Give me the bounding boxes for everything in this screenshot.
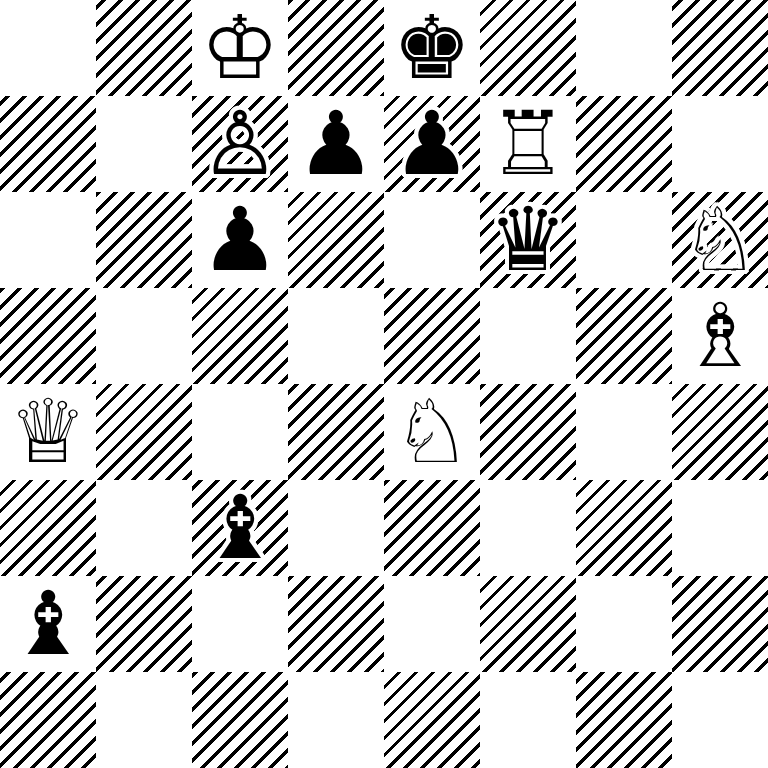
square-h8[interactable] xyxy=(672,0,768,96)
piece-white-rook-icon: ♖ xyxy=(489,96,568,192)
square-d4[interactable] xyxy=(288,384,384,480)
square-a4[interactable]: ♕ xyxy=(0,384,96,480)
piece-black-queen-icon: ♛ xyxy=(489,192,568,288)
square-h3[interactable] xyxy=(672,480,768,576)
square-f2[interactable] xyxy=(480,576,576,672)
square-a7[interactable] xyxy=(0,96,96,192)
square-g2[interactable] xyxy=(576,576,672,672)
square-h5[interactable]: ♗ xyxy=(672,288,768,384)
square-d2[interactable] xyxy=(288,576,384,672)
square-b7[interactable] xyxy=(96,96,192,192)
square-g3[interactable] xyxy=(576,480,672,576)
piece-white-king-icon: ♔ xyxy=(201,0,280,96)
square-f8[interactable] xyxy=(480,0,576,96)
square-a8[interactable] xyxy=(0,0,96,96)
square-d6[interactable] xyxy=(288,192,384,288)
square-c6[interactable]: ♟ xyxy=(192,192,288,288)
piece-white-queen-icon: ♕ xyxy=(9,384,88,480)
square-b1[interactable] xyxy=(96,672,192,768)
square-f1[interactable] xyxy=(480,672,576,768)
square-f3[interactable] xyxy=(480,480,576,576)
piece-white-knight-icon: ♘ xyxy=(681,192,760,288)
square-e6[interactable] xyxy=(384,192,480,288)
square-g8[interactable] xyxy=(576,0,672,96)
square-c5[interactable] xyxy=(192,288,288,384)
square-d5[interactable] xyxy=(288,288,384,384)
piece-black-pawn-icon: ♟ xyxy=(393,96,472,192)
square-e1[interactable] xyxy=(384,672,480,768)
square-b5[interactable] xyxy=(96,288,192,384)
square-e2[interactable] xyxy=(384,576,480,672)
square-f4[interactable] xyxy=(480,384,576,480)
square-g1[interactable] xyxy=(576,672,672,768)
square-c7[interactable]: ♙ xyxy=(192,96,288,192)
square-g5[interactable] xyxy=(576,288,672,384)
square-d7[interactable]: ♟ xyxy=(288,96,384,192)
square-h6[interactable]: ♘ xyxy=(672,192,768,288)
square-d1[interactable] xyxy=(288,672,384,768)
square-c3[interactable]: ♝ xyxy=(192,480,288,576)
square-f5[interactable] xyxy=(480,288,576,384)
piece-black-bishop-icon: ♝ xyxy=(201,480,280,576)
square-a3[interactable] xyxy=(0,480,96,576)
square-b2[interactable] xyxy=(96,576,192,672)
square-g6[interactable] xyxy=(576,192,672,288)
square-h7[interactable] xyxy=(672,96,768,192)
square-b3[interactable] xyxy=(96,480,192,576)
square-a5[interactable] xyxy=(0,288,96,384)
square-c4[interactable] xyxy=(192,384,288,480)
square-c8[interactable]: ♔ xyxy=(192,0,288,96)
chess-board: ♔♚♙♟♟♖♟♛♘♗♕♘♝♝ xyxy=(0,0,768,768)
square-h1[interactable] xyxy=(672,672,768,768)
square-b8[interactable] xyxy=(96,0,192,96)
square-f7[interactable]: ♖ xyxy=(480,96,576,192)
piece-black-king-icon: ♚ xyxy=(393,0,472,96)
square-e3[interactable] xyxy=(384,480,480,576)
square-e4[interactable]: ♘ xyxy=(384,384,480,480)
piece-black-pawn-icon: ♟ xyxy=(297,96,376,192)
piece-white-pawn-icon: ♙ xyxy=(201,96,280,192)
square-c1[interactable] xyxy=(192,672,288,768)
piece-black-pawn-icon: ♟ xyxy=(201,192,280,288)
piece-white-knight-icon: ♘ xyxy=(393,384,472,480)
square-g4[interactable] xyxy=(576,384,672,480)
square-a2[interactable]: ♝ xyxy=(0,576,96,672)
square-b6[interactable] xyxy=(96,192,192,288)
square-h4[interactable] xyxy=(672,384,768,480)
square-d8[interactable] xyxy=(288,0,384,96)
square-e7[interactable]: ♟ xyxy=(384,96,480,192)
square-e8[interactable]: ♚ xyxy=(384,0,480,96)
square-f6[interactable]: ♛ xyxy=(480,192,576,288)
square-a1[interactable] xyxy=(0,672,96,768)
square-c2[interactable] xyxy=(192,576,288,672)
square-g7[interactable] xyxy=(576,96,672,192)
square-e5[interactable] xyxy=(384,288,480,384)
piece-white-bishop-icon: ♗ xyxy=(681,288,760,384)
piece-black-bishop-icon: ♝ xyxy=(9,576,88,672)
square-a6[interactable] xyxy=(0,192,96,288)
square-h2[interactable] xyxy=(672,576,768,672)
square-d3[interactable] xyxy=(288,480,384,576)
square-b4[interactable] xyxy=(96,384,192,480)
